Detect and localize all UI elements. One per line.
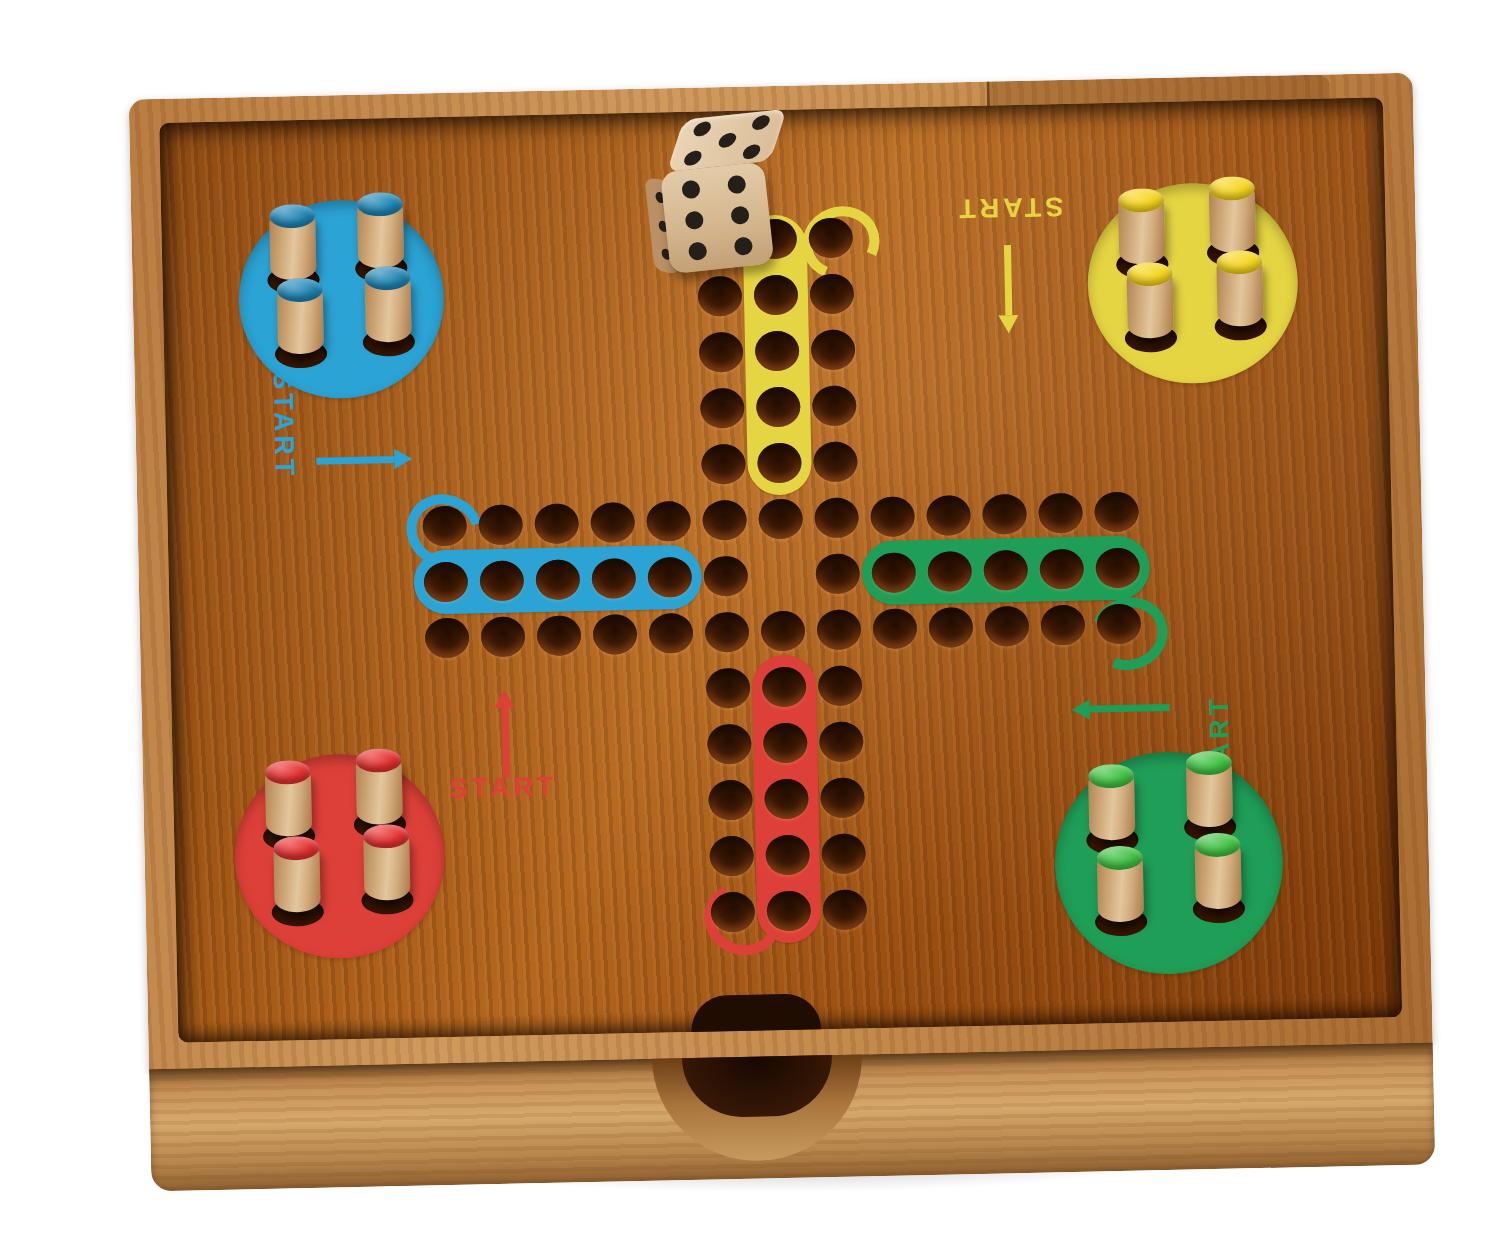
- peg-green-3[interactable]: [1096, 846, 1144, 931]
- board-hole-r8-c8[interactable]: [817, 609, 862, 650]
- board-hole-r12-c8[interactable]: [821, 833, 866, 874]
- board-hole-r4-c6[interactable]: [700, 388, 745, 429]
- peg-yellow-3[interactable]: [1126, 262, 1174, 347]
- game-box: START START START START: [129, 73, 1436, 1192]
- board-hole-r8-c1[interactable]: [425, 618, 470, 659]
- die-pip: [740, 144, 762, 160]
- board-hole-r12-c7[interactable]: [765, 834, 810, 875]
- die-pip: [733, 236, 753, 256]
- board-hole-r3-c7[interactable]: [755, 331, 800, 372]
- finger-notch: [652, 1054, 864, 1162]
- start-label-yellow: START: [955, 191, 1064, 224]
- board-hole-r5-c7[interactable]: [757, 443, 802, 484]
- board-hole-r8-c4[interactable]: [593, 614, 638, 655]
- peg-green-1[interactable]: [1088, 764, 1136, 849]
- board-hole-r11-c6[interactable]: [708, 780, 753, 821]
- die[interactable]: [651, 107, 817, 282]
- board-hole-r9-c8[interactable]: [818, 665, 863, 706]
- peg-blue-4[interactable]: [364, 265, 412, 350]
- board-hole-r11-c7[interactable]: [764, 778, 809, 819]
- board-hole-r6-c10[interactable]: [926, 495, 971, 536]
- board-hole-r7-c11[interactable]: [983, 550, 1028, 591]
- die-pip: [730, 205, 750, 225]
- board-hole-r8-c2[interactable]: [481, 616, 526, 657]
- board-hole-r7-c3[interactable]: [535, 559, 580, 600]
- board-hole-r8-c6[interactable]: [705, 612, 750, 653]
- peg-yellow-4[interactable]: [1216, 250, 1264, 335]
- board-hole-r7-c13[interactable]: [1095, 547, 1140, 588]
- board-hole-r8-c7[interactable]: [761, 611, 806, 652]
- board-hole-r6-c7[interactable]: [758, 499, 803, 540]
- board-hole-r6-c5[interactable]: [646, 501, 691, 542]
- board-hole-r10-c8[interactable]: [819, 721, 864, 762]
- die-pip: [692, 121, 714, 137]
- board-hole-r7-c6[interactable]: [703, 556, 748, 597]
- product-photo-scene: START START START START: [0, 0, 1500, 1247]
- board-hole-r7-c2[interactable]: [479, 560, 524, 601]
- board-hole-r8-c5[interactable]: [649, 613, 694, 654]
- board-hole-r12-c6[interactable]: [709, 836, 754, 877]
- die-pip: [750, 114, 772, 130]
- board-hole-r8-c13[interactable]: [1096, 603, 1141, 644]
- board-hole-r13-c6[interactable]: [710, 892, 755, 933]
- board-hole-r13-c8[interactable]: [822, 889, 867, 930]
- board-hole-r2-c8[interactable]: [810, 273, 855, 314]
- finger-notch-gap: [691, 993, 822, 1032]
- home-circle-red: [232, 752, 446, 960]
- board-hole-r2-c7[interactable]: [754, 275, 799, 316]
- board-hole-r11-c8[interactable]: [820, 777, 865, 818]
- board-hole-r6-c11[interactable]: [982, 494, 1027, 535]
- board-hole-r7-c8[interactable]: [815, 553, 860, 594]
- peg-blue-3[interactable]: [276, 277, 324, 362]
- board-hole-r6-c8[interactable]: [814, 497, 859, 538]
- board-hole-r2-c6[interactable]: [698, 276, 743, 317]
- board-hole-r7-c1[interactable]: [423, 562, 468, 603]
- peg-red-3[interactable]: [273, 836, 321, 921]
- peg-green-4[interactable]: [1194, 833, 1242, 918]
- die-pip: [681, 180, 701, 200]
- board-hole-r6-c13[interactable]: [1094, 492, 1139, 533]
- board-hole-r6-c6[interactable]: [702, 500, 747, 541]
- die-pip: [727, 175, 747, 195]
- board-hole-r5-c6[interactable]: [701, 444, 746, 485]
- board-hole-r8-c12[interactable]: [1041, 605, 1086, 646]
- board-hole-r6-c2[interactable]: [478, 504, 523, 545]
- board-hole-r4-c7[interactable]: [756, 387, 801, 428]
- board-hole-r3-c6[interactable]: [699, 332, 744, 373]
- die-pip: [682, 150, 704, 166]
- board-hole-r6-c3[interactable]: [534, 503, 579, 544]
- board-hole-r7-c10[interactable]: [927, 551, 972, 592]
- peg-green-2[interactable]: [1186, 751, 1234, 836]
- board-hole-r10-c6[interactable]: [707, 724, 752, 765]
- die-top-face: [667, 109, 787, 172]
- board-lid: START START START START: [159, 97, 1402, 1042]
- peg-yellow-2[interactable]: [1208, 176, 1256, 261]
- board-hole-r6-c12[interactable]: [1038, 493, 1083, 534]
- peg-cap-blue: [276, 277, 322, 302]
- track-hole-grid: [410, 203, 1153, 946]
- die-front-face: [660, 162, 774, 275]
- board-hole-r8-c10[interactable]: [929, 607, 974, 648]
- finger-notch-shadow: [682, 1055, 833, 1118]
- board-hole-r9-c7[interactable]: [762, 667, 807, 708]
- board-hole-r8-c9[interactable]: [873, 608, 918, 649]
- die-pip: [685, 210, 705, 230]
- board-hole-r6-c9[interactable]: [870, 496, 915, 537]
- board-hole-r5-c8[interactable]: [813, 441, 858, 482]
- board-hole-r7-c12[interactable]: [1039, 549, 1084, 590]
- board-hole-r7-c5[interactable]: [647, 557, 692, 598]
- peg-blue-1[interactable]: [269, 204, 317, 289]
- board-hole-r8-c11[interactable]: [985, 606, 1030, 647]
- board-hole-r8-c3[interactable]: [537, 615, 582, 656]
- peg-red-2[interactable]: [355, 748, 403, 833]
- peg-red-4[interactable]: [363, 823, 411, 908]
- peg-yellow-1[interactable]: [1118, 188, 1166, 273]
- board-hole-r9-c6[interactable]: [706, 668, 751, 709]
- board-hole-r3-c8[interactable]: [811, 329, 856, 370]
- home-circle-green: [1053, 750, 1286, 977]
- peg-blue-2[interactable]: [357, 192, 405, 277]
- board-hole-r6-c4[interactable]: [590, 502, 635, 543]
- board-hole-r10-c7[interactable]: [763, 722, 808, 763]
- board-hole-r7-c4[interactable]: [591, 558, 636, 599]
- board-hole-r7-c9[interactable]: [871, 552, 916, 593]
- board-hole-r4-c8[interactable]: [812, 385, 857, 426]
- die-pip: [716, 132, 738, 148]
- peg-red-1[interactable]: [265, 760, 313, 845]
- board-hole-r13-c7[interactable]: [766, 890, 811, 931]
- die-pip: [688, 241, 708, 261]
- board-hole-r6-c1[interactable]: [422, 506, 467, 547]
- box-rim: START START START START: [129, 73, 1433, 1072]
